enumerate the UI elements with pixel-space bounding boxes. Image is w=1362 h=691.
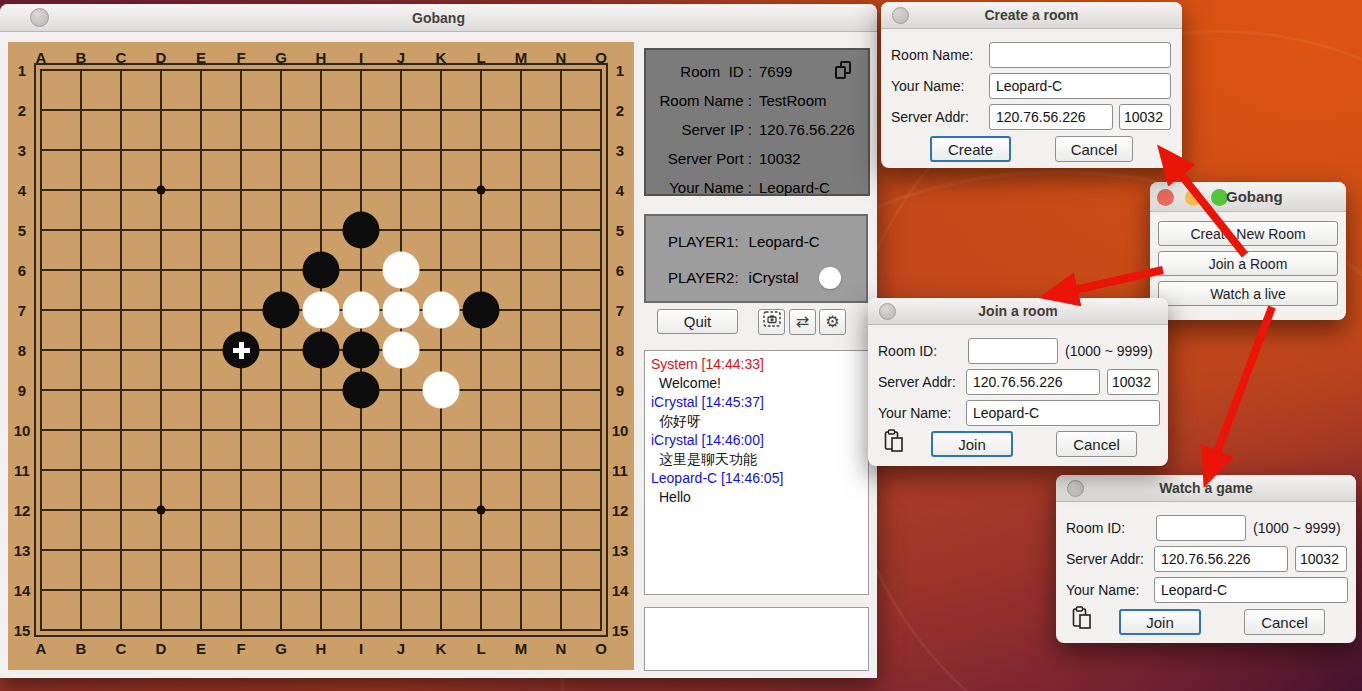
room-name-input[interactable] <box>989 42 1171 68</box>
grid-line <box>40 469 602 471</box>
room-info-label: Room ID : <box>646 63 752 80</box>
stone-black-H8 <box>303 332 340 369</box>
stone-black-H6 <box>303 252 340 289</box>
coord-label-left: 3 <box>18 142 26 159</box>
coord-label-right: 12 <box>612 502 629 519</box>
stone-white-J6 <box>383 252 420 289</box>
create-button[interactable]: Create <box>930 136 1011 162</box>
room-id-range-hint: (1000 ~ 9999) <box>1065 343 1153 359</box>
room-info-panel: Room ID :7699Room Name :TestRoomServer I… <box>644 48 870 196</box>
stone-white-J8 <box>383 332 420 369</box>
star-point-L12 <box>477 506 486 515</box>
room-info-value: 120.76.56.226 <box>759 121 855 138</box>
stone-white-K9 <box>423 372 460 409</box>
coord-label-top: E <box>196 49 206 66</box>
stone-black-G7 <box>263 292 300 329</box>
window-close-button[interactable] <box>30 8 49 27</box>
window-close-button[interactable] <box>879 303 896 320</box>
player1-row: PLAYER1:Leopard-C <box>668 233 819 250</box>
chat-message-sender: iCrystal [14:46:00] <box>651 431 862 450</box>
settings-gear-icon[interactable]: ⚙ <box>819 309 846 335</box>
coord-label-left: 14 <box>14 582 31 599</box>
coord-label-left: 5 <box>18 222 26 239</box>
minimize-traffic-light-icon[interactable] <box>1185 189 1202 206</box>
coord-label-left: 15 <box>14 622 31 639</box>
coord-label-top: J <box>397 49 405 66</box>
annotation-arrow <box>1048 270 1163 296</box>
grid-line <box>40 509 602 511</box>
coord-label-top: G <box>275 49 287 66</box>
stone-black-I5 <box>343 212 380 249</box>
coord-label-top: B <box>76 49 87 66</box>
coord-label-right: 1 <box>616 62 624 79</box>
menu-button-join-a-room[interactable]: Join a Room <box>1158 251 1338 276</box>
your-name-label: Your Name: <box>1066 582 1139 598</box>
server-ip-input[interactable] <box>966 369 1100 395</box>
gobang-menu-window: Gobang Create New RoomJoin a RoomWatch a… <box>1150 182 1346 320</box>
coord-label-bottom: L <box>476 640 485 657</box>
grid-line <box>40 549 602 551</box>
menu-button-watch-a-live[interactable]: Watch a live <box>1158 281 1338 306</box>
main-titlebar: Gobang <box>0 4 877 32</box>
swap-sides-icon[interactable]: ⇄ <box>789 309 816 335</box>
coord-label-bottom: M <box>515 640 528 657</box>
your-name-label: Your Name: <box>891 78 964 94</box>
stone-white-J7 <box>383 292 420 329</box>
star-point-D12 <box>157 506 166 515</box>
stone-black-L7 <box>463 292 500 329</box>
stone-white-K7 <box>423 292 460 329</box>
room-info-value: Leopard-C <box>759 179 830 196</box>
player1-name: Leopard-C <box>749 233 820 250</box>
grid-line <box>40 429 602 431</box>
room-id-input[interactable] <box>968 338 1058 364</box>
room-info-label: Server IP : <box>646 121 752 138</box>
coord-label-top: F <box>236 49 245 66</box>
your-name-input[interactable] <box>1154 577 1348 603</box>
your-name-input[interactable] <box>966 400 1160 426</box>
close-traffic-light-icon[interactable] <box>1157 189 1174 206</box>
coord-label-bottom: I <box>359 640 363 657</box>
room-id-label: Room ID: <box>878 343 937 359</box>
coord-label-right: 9 <box>616 382 624 399</box>
coord-label-top: O <box>595 49 607 66</box>
chat-input[interactable] <box>644 607 869 671</box>
paste-clipboard-icon[interactable] <box>1072 606 1092 634</box>
server-ip-input[interactable] <box>1154 546 1288 572</box>
coord-label-bottom: N <box>556 640 567 657</box>
quit-button[interactable]: Quit <box>657 309 738 334</box>
grid-line <box>40 589 602 591</box>
coord-label-top: H <box>316 49 327 66</box>
room-info-label: Room Name : <box>646 92 752 109</box>
coord-label-left: 7 <box>18 302 26 319</box>
create-room-titlebar: Create a room <box>881 2 1182 29</box>
stone-white-H7 <box>303 292 340 329</box>
players-panel: PLAYER1:Leopard-C PLAYER2:iCrystal <box>644 214 868 303</box>
coord-label-right: 10 <box>612 422 629 439</box>
chat-message-sender: System [14:44:33] <box>651 355 862 374</box>
paste-clipboard-icon[interactable] <box>884 429 904 457</box>
chat-message-sender: iCrystal [14:45:37] <box>651 393 862 412</box>
server-port-input[interactable] <box>1119 104 1171 130</box>
coord-label-left: 4 <box>18 182 26 199</box>
gobang-main-window: Gobang AA11BB22CC33DD44EE55FF66GG77HH88I… <box>0 4 877 678</box>
coord-label-bottom: B <box>76 640 87 657</box>
menu-button-list: Create New RoomJoin a RoomWatch a live <box>1158 221 1338 306</box>
star-point-D4 <box>157 186 166 195</box>
coord-label-bottom: A <box>36 640 47 657</box>
coord-label-top: K <box>436 49 447 66</box>
coord-label-bottom: E <box>196 640 206 657</box>
coord-label-top: L <box>476 49 485 66</box>
menu-window-title: Gobang <box>1226 182 1283 212</box>
create-room-dialog: Create a room Room Name: Your Name: Serv… <box>881 2 1182 168</box>
coord-label-right: 11 <box>612 462 628 479</box>
coord-label-left: 2 <box>18 102 26 119</box>
player2-name: iCrystal <box>749 269 799 286</box>
watch-game-dialog: Watch a game Room ID: (1000 ~ 9999) Serv… <box>1056 475 1356 643</box>
coord-label-left: 9 <box>18 382 26 399</box>
coord-label-bottom: O <box>595 640 607 657</box>
stone-white-I7 <box>343 292 380 329</box>
coord-label-top: A <box>36 49 47 66</box>
window-close-button[interactable] <box>1067 480 1084 497</box>
room-info-row: Server Port :10032 <box>646 144 868 173</box>
white-stone-indicator <box>819 267 841 289</box>
coord-label-left: 11 <box>14 462 30 479</box>
coord-label-right: 7 <box>616 302 624 319</box>
grid-line <box>560 69 562 631</box>
coord-label-right: 2 <box>616 102 624 119</box>
cancel-button[interactable]: Cancel <box>1056 431 1137 457</box>
coord-label-bottom: F <box>236 640 245 657</box>
cancel-button[interactable]: Cancel <box>1244 609 1325 635</box>
server-port-input[interactable] <box>1107 369 1159 395</box>
screenshot-icon[interactable] <box>758 309 785 335</box>
stone-black-I8 <box>343 332 380 369</box>
coord-label-bottom: G <box>275 640 287 657</box>
player2-row: PLAYER2:iCrystal <box>668 269 799 286</box>
stone-black-F8 <box>223 332 260 369</box>
last-move-cross-icon <box>239 342 244 359</box>
coord-label-right: 3 <box>616 142 624 159</box>
grid-line <box>440 69 442 631</box>
coord-label-left: 10 <box>14 422 31 439</box>
room-info-label: Your Name : <box>646 179 752 196</box>
grid-line <box>480 69 482 631</box>
star-point-L4 <box>477 186 486 195</box>
room-info-label: Server Port : <box>646 150 752 167</box>
coord-label-left: 8 <box>18 342 26 359</box>
coord-label-bottom: D <box>156 640 167 657</box>
coord-label-top: C <box>116 49 127 66</box>
chat-message-text: Hello <box>651 488 862 507</box>
room-info-row: Server IP :120.76.56.226 <box>646 115 868 144</box>
stone-black-I9 <box>343 372 380 409</box>
cancel-button[interactable]: Cancel <box>1055 136 1133 162</box>
coord-label-right: 8 <box>616 342 624 359</box>
chat-message-sender: Leopard-C [14:46:05] <box>651 469 862 488</box>
grid-line <box>520 69 522 631</box>
room-info-value: TestRoom <box>759 92 827 109</box>
gobang-board[interactable]: AA11BB22CC33DD44EE55FF66GG77HH88II99JJ10… <box>8 42 634 670</box>
server-addr-label: Server Addr: <box>1066 551 1144 567</box>
annotation-arrow <box>1207 307 1272 479</box>
menu-button-create-new-room[interactable]: Create New Room <box>1158 221 1338 246</box>
server-ip-input[interactable] <box>989 104 1113 130</box>
grid-line <box>40 389 602 391</box>
coord-label-right: 5 <box>616 222 624 239</box>
server-addr-label: Server Addr: <box>891 109 969 125</box>
join-button[interactable]: Join <box>1119 609 1201 635</box>
player1-label: PLAYER1: <box>668 233 739 250</box>
dialog-title: Join a room <box>868 298 1168 325</box>
coord-label-right: 13 <box>612 542 629 559</box>
chat-history[interactable]: System [14:44:33]Welcome!iCrystal [14:45… <box>644 350 869 595</box>
watch-game-titlebar: Watch a game <box>1056 475 1356 502</box>
coord-label-top: I <box>359 49 363 66</box>
room-info-value: 7699 <box>759 63 792 80</box>
coord-label-bottom: C <box>116 640 127 657</box>
coord-label-bottom: J <box>397 640 405 657</box>
window-title: Gobang <box>0 4 877 32</box>
server-addr-label: Server Addr: <box>878 374 956 390</box>
coord-label-right: 6 <box>616 262 624 279</box>
server-port-input[interactable] <box>1295 546 1347 572</box>
room-info-row: Your Name :Leopard-C <box>646 173 868 202</box>
coord-label-top: M <box>515 49 528 66</box>
coord-label-right: 4 <box>616 182 624 199</box>
join-room-dialog: Join a room Room ID: (1000 ~ 9999) Serve… <box>868 298 1168 466</box>
coord-label-left: 1 <box>18 62 26 79</box>
copy-icon[interactable] <box>835 61 853 80</box>
coord-label-bottom: K <box>436 640 447 657</box>
room-id-range-hint: (1000 ~ 9999) <box>1253 520 1341 536</box>
player2-label: PLAYER2: <box>668 269 739 286</box>
room-id-input[interactable] <box>1156 515 1246 541</box>
coord-label-left: 12 <box>14 502 31 519</box>
dialog-title: Create a room <box>881 2 1182 29</box>
coord-label-top: N <box>556 49 567 66</box>
coord-label-right: 14 <box>612 582 629 599</box>
your-name-label: Your Name: <box>878 405 951 421</box>
join-room-titlebar: Join a room <box>868 298 1168 325</box>
chat-message-text: 你好呀 <box>651 412 862 431</box>
chat-message-text: Welcome! <box>651 374 862 393</box>
menu-titlebar: Gobang <box>1150 182 1346 212</box>
coord-label-right: 15 <box>612 622 629 639</box>
room-name-label: Room Name: <box>891 47 973 63</box>
grid-line <box>600 69 602 631</box>
room-id-label: Room ID: <box>1066 520 1125 536</box>
room-info-row: Room Name :TestRoom <box>646 86 868 115</box>
coord-label-left: 13 <box>14 542 31 559</box>
your-name-input[interactable] <box>989 73 1171 99</box>
join-button[interactable]: Join <box>931 431 1013 457</box>
chat-message-text: 这里是聊天功能 <box>651 450 862 469</box>
coord-label-bottom: H <box>316 640 327 657</box>
dialog-title: Watch a game <box>1056 475 1356 502</box>
window-close-button[interactable] <box>892 7 909 24</box>
coord-label-top: D <box>156 49 167 66</box>
grid-line <box>40 629 602 631</box>
coord-label-left: 6 <box>18 262 26 279</box>
room-info-value: 10032 <box>759 150 801 167</box>
